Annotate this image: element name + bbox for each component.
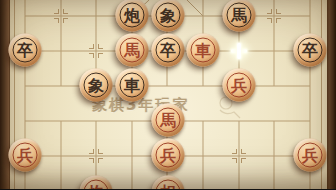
piece-red-兵[interactable]: 兵 [294,139,327,172]
xiangqi-board-screenshot: 象棋3年玩家 炮象馬卒馬卒車卒象車兵馬兵兵兵炮相 [0,0,336,189]
piece-ring: 炮 [84,180,109,190]
position-cross-marker [89,44,103,58]
position-cross-marker [54,9,68,23]
piece-red-兵[interactable]: 兵 [9,139,42,172]
piece-char: 車 [124,77,140,93]
piece-ring: 相 [156,180,181,190]
piece-ring: 卒 [156,38,181,63]
piece-char: 相 [160,184,176,189]
piece-char: 卒 [17,42,33,58]
piece-black-車[interactable]: 車 [116,69,149,102]
piece-ring: 卒 [13,38,38,63]
piece-red-馬[interactable]: 馬 [152,104,185,137]
piece-black-馬[interactable]: 馬 [223,0,256,32]
piece-ring: 卒 [298,38,323,63]
piece-ring: 馬 [156,108,181,133]
position-cross-marker [267,9,281,23]
piece-ring: 兵 [13,143,38,168]
piece-ring: 象 [156,3,181,28]
piece-ring: 馬 [120,38,145,63]
piece-char: 車 [195,42,211,58]
piece-black-卒[interactable]: 卒 [294,34,327,67]
piece-red-兵[interactable]: 兵 [223,69,256,102]
piece-char: 炮 [88,184,104,189]
piece-black-炮[interactable]: 炮 [116,0,149,32]
piece-black-卒[interactable]: 卒 [9,34,42,67]
position-cross-marker [232,149,246,163]
position-cross-marker [89,149,103,163]
piece-char: 卒 [160,42,176,58]
piece-char: 卒 [302,42,318,58]
piece-char: 馬 [160,112,176,128]
piece-char: 馬 [124,42,140,58]
piece-char: 馬 [231,7,247,23]
piece-char: 兵 [231,77,247,93]
piece-ring: 兵 [298,143,323,168]
piece-red-馬[interactable]: 馬 [116,34,149,67]
piece-ring: 象 [84,73,109,98]
piece-red-兵[interactable]: 兵 [152,139,185,172]
piece-ring: 炮 [120,3,145,28]
piece-red-車[interactable]: 車 [187,34,220,67]
piece-char: 炮 [124,7,140,23]
piece-black-象[interactable]: 象 [152,0,185,32]
piece-char: 象 [88,77,104,93]
piece-char: 兵 [17,147,33,163]
piece-ring: 車 [120,73,145,98]
piece-ring: 馬 [227,3,252,28]
piece-black-象[interactable]: 象 [80,69,113,102]
piece-ring: 車 [191,38,216,63]
piece-char: 兵 [302,147,318,163]
piece-ring: 兵 [227,73,252,98]
last-move-highlight-marker [230,42,248,60]
piece-ring: 兵 [156,143,181,168]
piece-black-卒[interactable]: 卒 [152,34,185,67]
piece-char: 象 [160,7,176,23]
piece-char: 兵 [160,147,176,163]
